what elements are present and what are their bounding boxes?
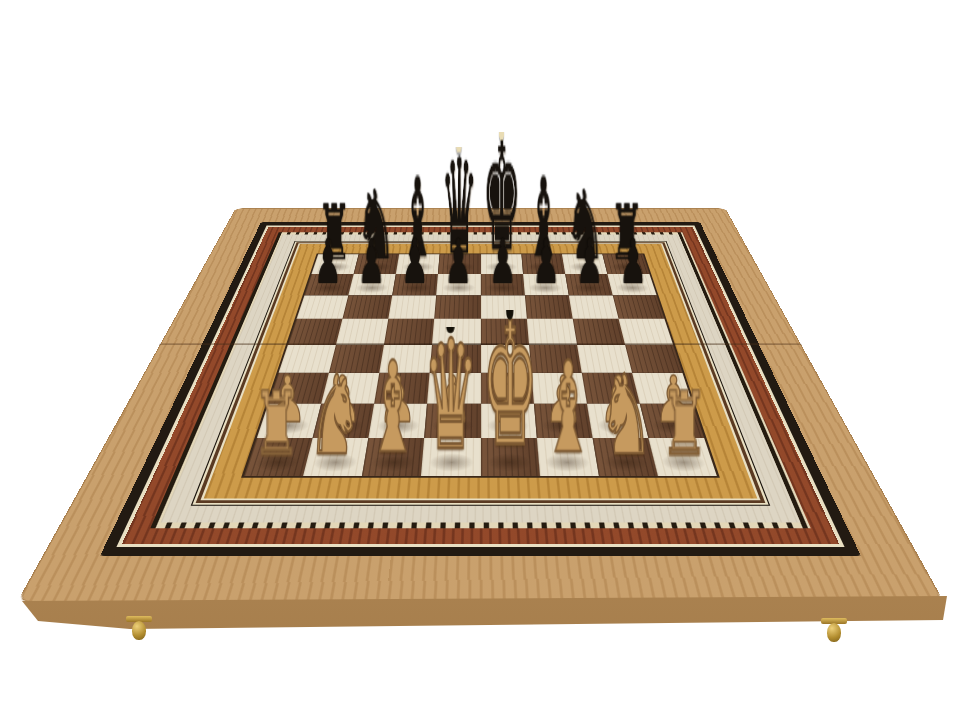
square-h1[interactable]: ♜ [648,438,717,476]
contrast-finial-icon [457,139,463,152]
white-queen-d1[interactable]: ♛ [424,327,478,466]
square-g1[interactable]: ♞ [592,438,657,476]
contrast-finial-icon [506,300,513,320]
contrast-finial-icon [447,317,455,332]
square-f1[interactable]: ♝ [536,438,598,476]
inlay-black-band: ♜♞♝♛♚♝♞♜♟♟♟♟♟♟♟♟♟♟♟♟♟♟♟♟♜♞♝♛♚♝♞♜ [100,222,861,556]
white-king-e1[interactable]: ♚ [481,309,537,465]
inlay-golden-oak-band: ♜♞♝♛♚♝♞♜♟♟♟♟♟♟♟♟♟♟♟♟♟♟♟♟♜♞♝♛♚♝♞♜ [204,244,758,498]
inlay-cream-line: ♜♞♝♛♚♝♞♜♟♟♟♟♟♟♟♟♟♟♟♟♟♟♟♟♜♞♝♛♚♝♞♜ [116,225,844,547]
square-c1[interactable]: ♝ [362,438,424,476]
inlay-pinstripe-walnut: ♜♞♝♛♚♝♞♜♟♟♟♟♟♟♟♟♟♟♟♟♟♟♟♟♜♞♝♛♚♝♞♜ [196,242,766,503]
square-b6[interactable] [343,296,393,319]
square-c7[interactable]: ♟ [392,274,438,296]
black-pawn-d7[interactable]: ♟ [445,233,473,290]
inlay-pinstripe-cream-2: ♜♞♝♛♚♝♞♜♟♟♟♟♟♟♟♟♟♟♟♟♟♟♟♟♜♞♝♛♚♝♞♜ [200,243,760,500]
inlay-mahogany-band: ♜♞♝♛♚♝♞♜♟♟♟♟♟♟♟♟♟♟♟♟♟♟♟♟♜♞♝♛♚♝♞♜ [122,227,839,544]
board-fold-seam [159,343,802,345]
square-a6[interactable] [297,296,349,319]
contrast-finial-icon [499,123,504,140]
square-g6[interactable] [569,296,619,319]
square-b1[interactable]: ♞ [303,438,368,476]
black-pawn-b7[interactable]: ♟ [358,233,386,290]
white-rook-h1[interactable]: ♜ [660,385,708,466]
white-rook-a1[interactable]: ♜ [253,385,301,466]
brass-latch-knob [827,623,841,642]
inlay-maple-band: ♜♞♝♛♚♝♞♜♟♟♟♟♟♟♟♟♟♟♟♟♟♟♟♟♜♞♝♛♚♝♞♜ [161,234,801,522]
playing-grid: ♜♞♝♛♚♝♞♜♟♟♟♟♟♟♟♟♟♟♟♟♟♟♟♟♜♞♝♛♚♝♞♜ [244,254,717,476]
square-h7[interactable]: ♟ [607,274,656,296]
board-outer-oak-frame: ♜♞♝♛♚♝♞♜♟♟♟♟♟♟♟♟♟♟♟♟♟♟♟♟♜♞♝♛♚♝♞♜ [17,208,945,602]
brass-latch-left-icon [125,616,153,640]
square-a1[interactable]: ♜ [244,438,313,476]
square-h6[interactable] [613,296,665,319]
square-b7[interactable]: ♟ [348,274,396,296]
black-pawn-e7[interactable]: ♟ [488,233,516,290]
square-a5[interactable] [288,319,343,345]
square-g7[interactable]: ♟ [565,274,613,296]
photo-stage: ♜♞♝♛♚♝♞♜♟♟♟♟♟♟♟♟♟♟♟♟♟♟♟♟♜♞♝♛♚♝♞♜ [0,0,970,728]
black-pawn-h7[interactable]: ♟ [619,233,647,290]
playing-area-border: ♜♞♝♛♚♝♞♜♟♟♟♟♟♟♟♟♟♟♟♟♟♟♟♟♜♞♝♛♚♝♞♜ [241,253,720,477]
square-d1[interactable]: ♛ [421,438,480,476]
brass-latch-right-icon [820,618,848,642]
square-e1[interactable]: ♚ [481,438,540,476]
inlay-pinstripe-black: ♜♞♝♛♚♝♞♜♟♟♟♟♟♟♟♟♟♟♟♟♟♟♟♟♜♞♝♛♚♝♞♜ [191,241,771,506]
black-pawn-g7[interactable]: ♟ [576,233,604,290]
inlay-mosaic-band: ♜♞♝♛♚♝♞♜♟♟♟♟♟♟♟♟♟♟♟♟♟♟♟♟♜♞♝♛♚♝♞♜ [150,232,811,528]
white-knight-b1[interactable]: ♞ [308,364,363,466]
white-knight-g1[interactable]: ♞ [599,364,654,466]
square-h5[interactable] [618,319,673,345]
square-d7[interactable]: ♟ [436,274,480,296]
black-pawn-f7[interactable]: ♟ [532,233,560,290]
brass-latch-knob [132,621,146,640]
chess-board: ♜♞♝♛♚♝♞♜♟♟♟♟♟♟♟♟♟♟♟♟♟♟♟♟♜♞♝♛♚♝♞♜ [17,208,945,602]
white-bishop-c1[interactable]: ♝ [368,350,418,465]
square-a7[interactable]: ♟ [304,274,353,296]
white-bishop-f1[interactable]: ♝ [543,350,593,465]
inlay-pinstripe-cream: ♜♞♝♛♚♝♞♜♟♟♟♟♟♟♟♟♟♟♟♟♟♟♟♟♜♞♝♛♚♝♞♜ [192,241,768,504]
black-pawn-a7[interactable]: ♟ [314,233,342,290]
black-pawn-c7[interactable]: ♟ [401,233,429,290]
